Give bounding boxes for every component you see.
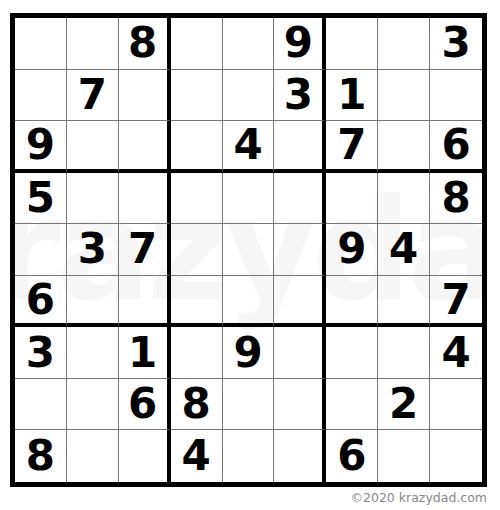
cell-r4c9-given-8[interactable]: 8 bbox=[430, 173, 482, 225]
cell-r1c1-empty[interactable] bbox=[15, 18, 67, 70]
cell-r4c5-empty[interactable] bbox=[223, 173, 275, 225]
cell-r6c4-empty[interactable] bbox=[171, 276, 223, 328]
cell-r1c7-empty[interactable] bbox=[326, 18, 378, 70]
cell-r7c5-given-9[interactable]: 9 bbox=[223, 327, 275, 379]
cell-r5c3-given-7[interactable]: 7 bbox=[119, 224, 171, 276]
cell-r8c2-empty[interactable] bbox=[67, 379, 119, 431]
cell-r8c4-given-8[interactable]: 8 bbox=[171, 379, 223, 431]
cell-r3c2-empty[interactable] bbox=[67, 121, 119, 173]
cell-r1c9-given-3[interactable]: 3 bbox=[430, 18, 482, 70]
cell-r2c8-empty[interactable] bbox=[378, 70, 430, 122]
cell-r6c5-empty[interactable] bbox=[223, 276, 275, 328]
sudoku-board: 8937319476583794673194682846 bbox=[10, 13, 487, 487]
cell-r9c1-given-8[interactable]: 8 bbox=[15, 430, 67, 482]
cell-r7c9-given-4[interactable]: 4 bbox=[430, 327, 482, 379]
cell-r7c3-given-1[interactable]: 1 bbox=[119, 327, 171, 379]
copyright-text: ©2020 krazydad.com bbox=[351, 490, 487, 505]
cell-r1c2-empty[interactable] bbox=[67, 18, 119, 70]
cell-r5c4-empty[interactable] bbox=[171, 224, 223, 276]
cell-r7c1-given-3[interactable]: 3 bbox=[15, 327, 67, 379]
cell-r1c3-given-8[interactable]: 8 bbox=[119, 18, 171, 70]
cell-r6c3-empty[interactable] bbox=[119, 276, 171, 328]
cell-r2c1-empty[interactable] bbox=[15, 70, 67, 122]
cell-r8c5-empty[interactable] bbox=[223, 379, 275, 431]
cell-r5c9-empty[interactable] bbox=[430, 224, 482, 276]
sudoku-board-area: krazydad 8937319476583794673194682846 bbox=[10, 13, 487, 487]
cell-r4c7-empty[interactable] bbox=[326, 173, 378, 225]
cell-r8c3-given-6[interactable]: 6 bbox=[119, 379, 171, 431]
cell-r5c8-given-4[interactable]: 4 bbox=[378, 224, 430, 276]
cell-r3c6-empty[interactable] bbox=[274, 121, 326, 173]
cell-r4c2-empty[interactable] bbox=[67, 173, 119, 225]
cell-r6c6-empty[interactable] bbox=[274, 276, 326, 328]
cell-r6c9-given-7[interactable]: 7 bbox=[430, 276, 482, 328]
cell-r2c3-empty[interactable] bbox=[119, 70, 171, 122]
cell-r2c5-empty[interactable] bbox=[223, 70, 275, 122]
cell-r5c6-empty[interactable] bbox=[274, 224, 326, 276]
cell-r9c6-empty[interactable] bbox=[274, 430, 326, 482]
cell-r7c8-empty[interactable] bbox=[378, 327, 430, 379]
cell-r8c8-given-2[interactable]: 2 bbox=[378, 379, 430, 431]
cell-r2c6-given-3[interactable]: 3 bbox=[274, 70, 326, 122]
cell-r1c6-given-9[interactable]: 9 bbox=[274, 18, 326, 70]
cell-r7c7-empty[interactable] bbox=[326, 327, 378, 379]
cell-r2c7-given-1[interactable]: 1 bbox=[326, 70, 378, 122]
cell-r9c2-empty[interactable] bbox=[67, 430, 119, 482]
cell-r5c5-empty[interactable] bbox=[223, 224, 275, 276]
cell-r6c8-empty[interactable] bbox=[378, 276, 430, 328]
cell-r6c7-empty[interactable] bbox=[326, 276, 378, 328]
cell-r8c7-empty[interactable] bbox=[326, 379, 378, 431]
cell-r9c5-empty[interactable] bbox=[223, 430, 275, 482]
cell-r1c5-empty[interactable] bbox=[223, 18, 275, 70]
cell-r5c7-given-9[interactable]: 9 bbox=[326, 224, 378, 276]
cell-r9c8-empty[interactable] bbox=[378, 430, 430, 482]
cell-r3c8-empty[interactable] bbox=[378, 121, 430, 173]
cell-r9c9-empty[interactable] bbox=[430, 430, 482, 482]
cell-r4c1-given-5[interactable]: 5 bbox=[15, 173, 67, 225]
cell-r8c1-empty[interactable] bbox=[15, 379, 67, 431]
cell-r8c6-empty[interactable] bbox=[274, 379, 326, 431]
cell-r4c3-empty[interactable] bbox=[119, 173, 171, 225]
cell-r1c8-empty[interactable] bbox=[378, 18, 430, 70]
cell-r7c4-empty[interactable] bbox=[171, 327, 223, 379]
cell-r9c7-given-6[interactable]: 6 bbox=[326, 430, 378, 482]
cell-r3c9-given-6[interactable]: 6 bbox=[430, 121, 482, 173]
cell-r4c8-empty[interactable] bbox=[378, 173, 430, 225]
cell-r9c3-empty[interactable] bbox=[119, 430, 171, 482]
cell-r6c1-given-6[interactable]: 6 bbox=[15, 276, 67, 328]
cell-r3c7-given-7[interactable]: 7 bbox=[326, 121, 378, 173]
cell-r7c6-empty[interactable] bbox=[274, 327, 326, 379]
cell-r5c1-empty[interactable] bbox=[15, 224, 67, 276]
cell-r2c2-given-7[interactable]: 7 bbox=[67, 70, 119, 122]
cell-r3c1-given-9[interactable]: 9 bbox=[15, 121, 67, 173]
cell-r3c5-given-4[interactable]: 4 bbox=[223, 121, 275, 173]
cell-r7c2-empty[interactable] bbox=[67, 327, 119, 379]
cell-r2c9-empty[interactable] bbox=[430, 70, 482, 122]
cell-r6c2-empty[interactable] bbox=[67, 276, 119, 328]
cell-r9c4-given-4[interactable]: 4 bbox=[171, 430, 223, 482]
cell-r3c3-empty[interactable] bbox=[119, 121, 171, 173]
cell-r1c4-empty[interactable] bbox=[171, 18, 223, 70]
cell-r2c4-empty[interactable] bbox=[171, 70, 223, 122]
cell-r5c2-given-3[interactable]: 3 bbox=[67, 224, 119, 276]
cell-r4c4-empty[interactable] bbox=[171, 173, 223, 225]
cell-r3c4-empty[interactable] bbox=[171, 121, 223, 173]
cell-r4c6-empty[interactable] bbox=[274, 173, 326, 225]
cell-r8c9-empty[interactable] bbox=[430, 379, 482, 431]
